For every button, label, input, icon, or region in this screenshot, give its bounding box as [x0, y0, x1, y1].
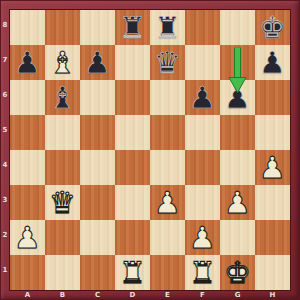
square-e2[interactable]	[150, 220, 185, 255]
square-f1[interactable]: ♜	[185, 255, 220, 290]
square-e7[interactable]: ♛	[150, 45, 185, 80]
square-c4[interactable]	[80, 150, 115, 185]
square-e1[interactable]	[150, 255, 185, 290]
rank-label-5: 5	[0, 112, 10, 147]
file-label-h: H	[255, 290, 290, 300]
square-c7[interactable]: ♟	[80, 45, 115, 80]
square-h5[interactable]	[255, 115, 290, 150]
square-a2[interactable]: ♟	[10, 220, 45, 255]
piece-white-rook-f1[interactable]: ♜	[185, 255, 220, 290]
square-g2[interactable]	[220, 220, 255, 255]
rank-label-7: 7	[0, 42, 10, 77]
square-a4[interactable]	[10, 150, 45, 185]
square-b4[interactable]	[45, 150, 80, 185]
chess-board: ♜♜♚♟♝♟♛♟♝♟♟♟♛♟♟♟♟♜♜♚	[10, 10, 290, 290]
rank-label-1: 1	[0, 252, 10, 287]
square-d7[interactable]	[115, 45, 150, 80]
square-d4[interactable]	[115, 150, 150, 185]
piece-black-pawn-f6[interactable]: ♟	[185, 80, 220, 115]
file-label-b: B	[45, 290, 80, 300]
piece-white-pawn-e3[interactable]: ♟	[150, 185, 185, 220]
piece-white-rook-d1[interactable]: ♜	[115, 255, 150, 290]
square-b7[interactable]: ♝	[45, 45, 80, 80]
square-h3[interactable]	[255, 185, 290, 220]
square-b3[interactable]: ♛	[45, 185, 80, 220]
square-d2[interactable]	[115, 220, 150, 255]
piece-white-queen-b3[interactable]: ♛	[45, 185, 80, 220]
file-label-f: F	[185, 290, 220, 300]
rank-label-8: 8	[0, 7, 10, 42]
square-a5[interactable]	[10, 115, 45, 150]
square-g4[interactable]	[220, 150, 255, 185]
square-c8[interactable]	[80, 10, 115, 45]
piece-black-king-h8[interactable]: ♚	[255, 10, 290, 45]
square-d3[interactable]	[115, 185, 150, 220]
piece-black-queen-e7[interactable]: ♛	[150, 45, 185, 80]
square-a8[interactable]	[10, 10, 45, 45]
rank-label-3: 3	[0, 182, 10, 217]
square-h2[interactable]	[255, 220, 290, 255]
rank-label-4: 4	[0, 147, 10, 182]
piece-black-bishop-b6[interactable]: ♝	[45, 80, 80, 115]
piece-white-pawn-f2[interactable]: ♟	[185, 220, 220, 255]
square-d8[interactable]: ♜	[115, 10, 150, 45]
file-label-a: A	[10, 290, 45, 300]
square-c2[interactable]	[80, 220, 115, 255]
square-g1[interactable]: ♚	[220, 255, 255, 290]
piece-black-pawn-h7[interactable]: ♟	[255, 45, 290, 80]
square-b2[interactable]	[45, 220, 80, 255]
piece-black-pawn-g6[interactable]: ♟	[220, 80, 255, 115]
square-e6[interactable]	[150, 80, 185, 115]
file-label-e: E	[150, 290, 185, 300]
square-e8[interactable]: ♜	[150, 10, 185, 45]
square-a6[interactable]	[10, 80, 45, 115]
square-g3[interactable]: ♟	[220, 185, 255, 220]
piece-black-rook-d8[interactable]: ♜	[115, 10, 150, 45]
square-g8[interactable]	[220, 10, 255, 45]
file-label-c: C	[80, 290, 115, 300]
square-d1[interactable]: ♜	[115, 255, 150, 290]
square-b1[interactable]	[45, 255, 80, 290]
square-c6[interactable]	[80, 80, 115, 115]
piece-white-pawn-h4[interactable]: ♟	[255, 150, 290, 185]
square-a1[interactable]	[10, 255, 45, 290]
square-f6[interactable]: ♟	[185, 80, 220, 115]
square-f4[interactable]	[185, 150, 220, 185]
square-f2[interactable]: ♟	[185, 220, 220, 255]
square-g7[interactable]	[220, 45, 255, 80]
piece-black-rook-e8[interactable]: ♜	[150, 10, 185, 45]
rank-label-6: 6	[0, 77, 10, 112]
square-h8[interactable]: ♚	[255, 10, 290, 45]
file-label-d: D	[115, 290, 150, 300]
square-d6[interactable]	[115, 80, 150, 115]
square-c1[interactable]	[80, 255, 115, 290]
square-e4[interactable]	[150, 150, 185, 185]
piece-white-bishop-b7[interactable]: ♝	[45, 45, 80, 80]
square-h6[interactable]	[255, 80, 290, 115]
square-c5[interactable]	[80, 115, 115, 150]
chess-board-frame: ♜♜♚♟♝♟♛♟♝♟♟♟♛♟♟♟♟♜♜♚ 87654321ABCDEFGH	[0, 0, 300, 300]
piece-white-pawn-g3[interactable]: ♟	[220, 185, 255, 220]
square-a3[interactable]	[10, 185, 45, 220]
square-b6[interactable]: ♝	[45, 80, 80, 115]
square-f3[interactable]	[185, 185, 220, 220]
square-e3[interactable]: ♟	[150, 185, 185, 220]
square-f8[interactable]	[185, 10, 220, 45]
piece-black-pawn-c7[interactable]: ♟	[80, 45, 115, 80]
square-a7[interactable]: ♟	[10, 45, 45, 80]
file-label-g: G	[220, 290, 255, 300]
square-c3[interactable]	[80, 185, 115, 220]
square-g6[interactable]: ♟	[220, 80, 255, 115]
square-e5[interactable]	[150, 115, 185, 150]
square-f7[interactable]	[185, 45, 220, 80]
piece-white-pawn-a2[interactable]: ♟	[10, 220, 45, 255]
square-h4[interactable]: ♟	[255, 150, 290, 185]
square-g5[interactable]	[220, 115, 255, 150]
square-f5[interactable]	[185, 115, 220, 150]
piece-white-king-g1[interactable]: ♚	[220, 255, 255, 290]
rank-label-2: 2	[0, 217, 10, 252]
square-h7[interactable]: ♟	[255, 45, 290, 80]
piece-black-pawn-a7[interactable]: ♟	[10, 45, 45, 80]
square-d5[interactable]	[115, 115, 150, 150]
square-b5[interactable]	[45, 115, 80, 150]
square-h1[interactable]	[255, 255, 290, 290]
square-b8[interactable]	[45, 10, 80, 45]
